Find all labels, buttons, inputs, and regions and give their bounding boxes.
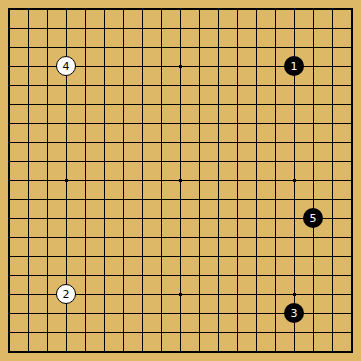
grid-cell bbox=[314, 105, 333, 124]
grid-cell bbox=[314, 314, 333, 333]
grid-cell bbox=[29, 181, 48, 200]
grid-cell bbox=[333, 86, 352, 105]
grid-cell bbox=[200, 29, 219, 48]
grid-cell bbox=[333, 295, 352, 314]
grid-cell bbox=[219, 219, 238, 238]
grid-cell bbox=[162, 314, 181, 333]
grid-cell bbox=[105, 10, 124, 29]
grid-cell bbox=[181, 257, 200, 276]
grid-cell bbox=[67, 10, 86, 29]
grid-cell bbox=[295, 10, 314, 29]
grid-cell bbox=[181, 181, 200, 200]
grid-cell bbox=[86, 257, 105, 276]
grid-cell bbox=[10, 143, 29, 162]
grid-cell bbox=[238, 333, 257, 352]
grid-cell bbox=[181, 105, 200, 124]
stone-white-D4[interactable]: 2 bbox=[56, 284, 76, 304]
grid-cell bbox=[333, 29, 352, 48]
grid-cell bbox=[86, 181, 105, 200]
grid-cell bbox=[124, 276, 143, 295]
grid-cell bbox=[238, 105, 257, 124]
grid-cell bbox=[10, 276, 29, 295]
grid-cell bbox=[295, 86, 314, 105]
grid-cell bbox=[143, 200, 162, 219]
grid-cell bbox=[105, 276, 124, 295]
grid-cell bbox=[124, 181, 143, 200]
grid-cell bbox=[238, 295, 257, 314]
grid-cell bbox=[238, 10, 257, 29]
grid-cell bbox=[105, 67, 124, 86]
grid-cell bbox=[314, 143, 333, 162]
grid-cell bbox=[181, 295, 200, 314]
grid-cell bbox=[48, 10, 67, 29]
grid-cell bbox=[333, 257, 352, 276]
grid-cell bbox=[124, 10, 143, 29]
stone-white-D16[interactable]: 4 bbox=[56, 56, 76, 76]
grid-cell bbox=[162, 200, 181, 219]
grid-cell bbox=[10, 162, 29, 181]
grid-cell bbox=[86, 276, 105, 295]
grid-cell bbox=[219, 67, 238, 86]
grid-cell bbox=[314, 124, 333, 143]
grid-cell bbox=[162, 238, 181, 257]
grid-cell bbox=[181, 276, 200, 295]
grid-cell bbox=[105, 143, 124, 162]
grid-cell bbox=[257, 219, 276, 238]
stone-number: 3 bbox=[291, 308, 298, 319]
grid-cell bbox=[333, 276, 352, 295]
grid-cell bbox=[181, 124, 200, 143]
grid-cell bbox=[67, 143, 86, 162]
grid-cell bbox=[295, 29, 314, 48]
grid-cell bbox=[10, 314, 29, 333]
grid-cell bbox=[200, 124, 219, 143]
grid-cell bbox=[10, 105, 29, 124]
grid-cell bbox=[105, 86, 124, 105]
star-point bbox=[179, 65, 182, 68]
grid-cell bbox=[276, 29, 295, 48]
grid-cell bbox=[105, 29, 124, 48]
grid-cell bbox=[219, 86, 238, 105]
grid-cell bbox=[314, 10, 333, 29]
grid-cell bbox=[295, 162, 314, 181]
grid-cell bbox=[333, 48, 352, 67]
grid-cell bbox=[86, 295, 105, 314]
grid-cell bbox=[257, 86, 276, 105]
grid-cell bbox=[181, 200, 200, 219]
grid-cell bbox=[238, 86, 257, 105]
grid-cell bbox=[219, 181, 238, 200]
grid-cell bbox=[238, 124, 257, 143]
grid-cell bbox=[86, 29, 105, 48]
grid-cell bbox=[295, 238, 314, 257]
grid-cell bbox=[238, 67, 257, 86]
grid-cell bbox=[257, 29, 276, 48]
grid-cell bbox=[48, 314, 67, 333]
grid-cell bbox=[238, 48, 257, 67]
grid-cell bbox=[200, 162, 219, 181]
grid-cell bbox=[257, 48, 276, 67]
grid-cell bbox=[200, 200, 219, 219]
grid-cell bbox=[143, 86, 162, 105]
grid-cell bbox=[67, 200, 86, 219]
grid-cell bbox=[124, 219, 143, 238]
grid-cell bbox=[219, 10, 238, 29]
grid-cell bbox=[219, 48, 238, 67]
grid-cell bbox=[86, 200, 105, 219]
grid-cell bbox=[143, 48, 162, 67]
grid-cell bbox=[200, 333, 219, 352]
grid-cell bbox=[86, 48, 105, 67]
grid-cell bbox=[238, 143, 257, 162]
grid-cell bbox=[29, 238, 48, 257]
grid-cell bbox=[29, 48, 48, 67]
grid-cell bbox=[143, 124, 162, 143]
grid-cell bbox=[124, 48, 143, 67]
grid-cell bbox=[10, 238, 29, 257]
grid-cell bbox=[10, 181, 29, 200]
grid-cell bbox=[276, 333, 295, 352]
stone-number: 1 bbox=[291, 61, 298, 72]
grid-cell bbox=[181, 314, 200, 333]
grid-cell bbox=[10, 124, 29, 143]
grid-cell bbox=[238, 200, 257, 219]
grid-cell bbox=[181, 86, 200, 105]
grid-cell bbox=[257, 257, 276, 276]
grid-cell bbox=[105, 200, 124, 219]
grid-cell bbox=[257, 10, 276, 29]
grid-cell bbox=[276, 124, 295, 143]
grid-cell bbox=[238, 314, 257, 333]
grid-cell bbox=[124, 162, 143, 181]
grid-cell bbox=[257, 162, 276, 181]
grid-cell bbox=[29, 314, 48, 333]
grid-cell bbox=[143, 314, 162, 333]
grid-cell bbox=[86, 143, 105, 162]
grid-cell bbox=[124, 295, 143, 314]
grid-cell bbox=[29, 257, 48, 276]
grid-cell bbox=[276, 238, 295, 257]
grid-cell bbox=[29, 276, 48, 295]
grid-cell bbox=[162, 295, 181, 314]
grid-cell bbox=[29, 295, 48, 314]
grid-cell bbox=[105, 124, 124, 143]
grid-cell bbox=[219, 333, 238, 352]
grid-cell bbox=[333, 124, 352, 143]
grid-cell bbox=[333, 314, 352, 333]
grid-cell bbox=[219, 105, 238, 124]
grid-cell bbox=[162, 124, 181, 143]
grid-cell bbox=[10, 257, 29, 276]
grid-cell bbox=[105, 181, 124, 200]
grid-cell bbox=[181, 162, 200, 181]
grid-cell bbox=[276, 86, 295, 105]
grid-cell bbox=[200, 219, 219, 238]
grid-cell bbox=[143, 257, 162, 276]
grid-cell bbox=[276, 257, 295, 276]
grid-cell bbox=[238, 238, 257, 257]
star-point bbox=[179, 179, 182, 182]
grid-cell bbox=[67, 105, 86, 124]
grid-cell bbox=[143, 181, 162, 200]
grid-cell bbox=[314, 333, 333, 352]
grid-cell bbox=[29, 67, 48, 86]
grid-cell bbox=[48, 29, 67, 48]
grid-cell bbox=[162, 105, 181, 124]
grid-cell bbox=[238, 219, 257, 238]
grid-cell bbox=[238, 29, 257, 48]
stone-number: 4 bbox=[63, 61, 70, 72]
grid-cell bbox=[124, 67, 143, 86]
grid-cell bbox=[10, 295, 29, 314]
grid-cell bbox=[181, 48, 200, 67]
grid-cell bbox=[86, 105, 105, 124]
grid-cell bbox=[200, 276, 219, 295]
grid-cell bbox=[314, 48, 333, 67]
grid-cell bbox=[219, 200, 238, 219]
grid-cell bbox=[162, 219, 181, 238]
stone-black-Q16[interactable]: 1 bbox=[284, 56, 304, 76]
grid-cell bbox=[162, 86, 181, 105]
grid-cell bbox=[200, 105, 219, 124]
grid-cell bbox=[181, 67, 200, 86]
grid-cell bbox=[10, 200, 29, 219]
grid-cell bbox=[314, 238, 333, 257]
star-point bbox=[293, 179, 296, 182]
grid-cell bbox=[219, 162, 238, 181]
grid-cell bbox=[200, 143, 219, 162]
grid-cell bbox=[219, 257, 238, 276]
grid-cell bbox=[48, 143, 67, 162]
grid-cell bbox=[276, 181, 295, 200]
grid-cell bbox=[10, 29, 29, 48]
grid-cell bbox=[295, 276, 314, 295]
grid-cell bbox=[238, 257, 257, 276]
grid-cell bbox=[314, 29, 333, 48]
grid-cell bbox=[314, 162, 333, 181]
grid-cell bbox=[143, 219, 162, 238]
grid-cell bbox=[333, 219, 352, 238]
grid-cell bbox=[29, 86, 48, 105]
grid-cell bbox=[276, 143, 295, 162]
grid-cell bbox=[29, 333, 48, 352]
grid-cell bbox=[219, 276, 238, 295]
grid-cell bbox=[257, 333, 276, 352]
grid-cell bbox=[143, 105, 162, 124]
grid-cell bbox=[143, 29, 162, 48]
grid-cell bbox=[314, 295, 333, 314]
stone-black-R8[interactable]: 5 bbox=[303, 208, 323, 228]
grid-cell bbox=[314, 276, 333, 295]
grid-cell bbox=[238, 181, 257, 200]
grid-cell bbox=[200, 67, 219, 86]
grid-cell bbox=[162, 333, 181, 352]
grid-cell bbox=[276, 200, 295, 219]
grid-cell bbox=[48, 105, 67, 124]
grid-cell bbox=[29, 200, 48, 219]
grid-cell bbox=[86, 314, 105, 333]
grid-cell bbox=[295, 333, 314, 352]
grid-cell bbox=[29, 219, 48, 238]
grid-cell bbox=[200, 181, 219, 200]
grid-cell bbox=[29, 162, 48, 181]
grid-cell bbox=[86, 67, 105, 86]
grid-cell bbox=[143, 276, 162, 295]
grid-cell bbox=[48, 257, 67, 276]
grid-cell bbox=[238, 162, 257, 181]
grid-cell bbox=[143, 143, 162, 162]
grid-cell bbox=[29, 143, 48, 162]
stone-number: 2 bbox=[63, 289, 70, 300]
grid-cell bbox=[124, 143, 143, 162]
grid-cell bbox=[295, 105, 314, 124]
grid-cell bbox=[48, 219, 67, 238]
grid-cell bbox=[257, 181, 276, 200]
grid-cell bbox=[181, 29, 200, 48]
grid-cell bbox=[257, 314, 276, 333]
star-point bbox=[65, 179, 68, 182]
grid-cell bbox=[314, 257, 333, 276]
grid-cell bbox=[181, 238, 200, 257]
grid-cell bbox=[67, 29, 86, 48]
grid-cell bbox=[124, 124, 143, 143]
grid-cell bbox=[162, 257, 181, 276]
grid-cell bbox=[48, 86, 67, 105]
grid-cell bbox=[105, 257, 124, 276]
grid-cell bbox=[162, 181, 181, 200]
grid-cell bbox=[105, 48, 124, 67]
grid-cell bbox=[333, 333, 352, 352]
grid-cell bbox=[295, 143, 314, 162]
stone-number: 5 bbox=[310, 213, 317, 224]
grid-cell bbox=[124, 314, 143, 333]
grid-cell bbox=[295, 257, 314, 276]
grid-cell bbox=[333, 67, 352, 86]
grid-cell bbox=[276, 105, 295, 124]
stone-black-Q3[interactable]: 3 bbox=[284, 303, 304, 323]
grid-cell bbox=[124, 200, 143, 219]
grid-cell bbox=[333, 105, 352, 124]
grid-cell bbox=[162, 67, 181, 86]
grid-cell bbox=[257, 276, 276, 295]
grid-cell bbox=[105, 105, 124, 124]
grid-cell bbox=[257, 295, 276, 314]
grid-cell bbox=[333, 200, 352, 219]
grid-cell bbox=[10, 10, 29, 29]
grid-cell bbox=[86, 219, 105, 238]
grid-cell bbox=[162, 29, 181, 48]
grid-cell bbox=[67, 86, 86, 105]
grid-cell bbox=[200, 86, 219, 105]
grid-cell bbox=[86, 238, 105, 257]
grid-cell bbox=[67, 219, 86, 238]
grid-cell bbox=[276, 219, 295, 238]
grid-cell bbox=[333, 238, 352, 257]
grid-cell bbox=[124, 29, 143, 48]
grid-cell bbox=[219, 143, 238, 162]
grid-cell bbox=[181, 10, 200, 29]
grid-cell bbox=[86, 162, 105, 181]
go-board[interactable]: 12345 bbox=[0, 0, 361, 361]
grid-cell bbox=[67, 181, 86, 200]
grid-cell bbox=[257, 143, 276, 162]
grid-cell bbox=[200, 314, 219, 333]
grid-cell bbox=[143, 67, 162, 86]
grid-cell bbox=[200, 295, 219, 314]
grid-cell bbox=[200, 10, 219, 29]
grid-cell bbox=[219, 295, 238, 314]
grid-cell bbox=[10, 86, 29, 105]
grid-cell bbox=[29, 124, 48, 143]
grid-cell bbox=[67, 162, 86, 181]
grid-cell bbox=[219, 314, 238, 333]
star-point bbox=[179, 293, 182, 296]
grid-cell bbox=[48, 238, 67, 257]
grid-cell bbox=[105, 295, 124, 314]
grid-cell bbox=[48, 333, 67, 352]
grid-cell bbox=[48, 200, 67, 219]
grid-cell bbox=[257, 124, 276, 143]
grid-cell bbox=[238, 276, 257, 295]
grid-cell bbox=[181, 333, 200, 352]
grid-cell bbox=[86, 10, 105, 29]
grid-cell bbox=[257, 105, 276, 124]
grid-cell bbox=[10, 67, 29, 86]
grid-cell bbox=[86, 124, 105, 143]
grid-cell bbox=[124, 333, 143, 352]
grid-cell bbox=[143, 10, 162, 29]
grid-cell bbox=[29, 29, 48, 48]
grid-cell bbox=[143, 238, 162, 257]
grid-cell bbox=[124, 257, 143, 276]
grid-cell bbox=[143, 333, 162, 352]
grid-cell bbox=[10, 48, 29, 67]
grid-cell bbox=[314, 67, 333, 86]
grid-cell bbox=[67, 333, 86, 352]
grid-cell bbox=[333, 162, 352, 181]
grid-cell bbox=[105, 333, 124, 352]
grid-cell bbox=[162, 143, 181, 162]
grid-cell bbox=[10, 219, 29, 238]
grid-cell bbox=[257, 200, 276, 219]
grid-cell bbox=[333, 10, 352, 29]
grid-cell bbox=[276, 10, 295, 29]
grid-cell bbox=[143, 295, 162, 314]
grid-cell bbox=[143, 162, 162, 181]
star-point bbox=[293, 293, 296, 296]
grid-cell bbox=[219, 29, 238, 48]
grid-cell bbox=[67, 124, 86, 143]
grid-cell bbox=[124, 238, 143, 257]
grid-cell bbox=[105, 238, 124, 257]
grid-cell bbox=[29, 105, 48, 124]
grid-cell bbox=[200, 257, 219, 276]
grid-cell bbox=[295, 124, 314, 143]
grid-cell bbox=[333, 181, 352, 200]
grid-cell bbox=[86, 86, 105, 105]
grid-cell bbox=[200, 48, 219, 67]
grid-cell bbox=[314, 181, 333, 200]
grid-cell bbox=[105, 162, 124, 181]
grid-cell bbox=[257, 238, 276, 257]
grid-cell bbox=[67, 314, 86, 333]
grid-cell bbox=[314, 86, 333, 105]
grid-cell bbox=[86, 333, 105, 352]
grid-cell bbox=[29, 10, 48, 29]
grid-cell bbox=[333, 143, 352, 162]
grid-cell bbox=[162, 10, 181, 29]
grid-cell bbox=[67, 238, 86, 257]
